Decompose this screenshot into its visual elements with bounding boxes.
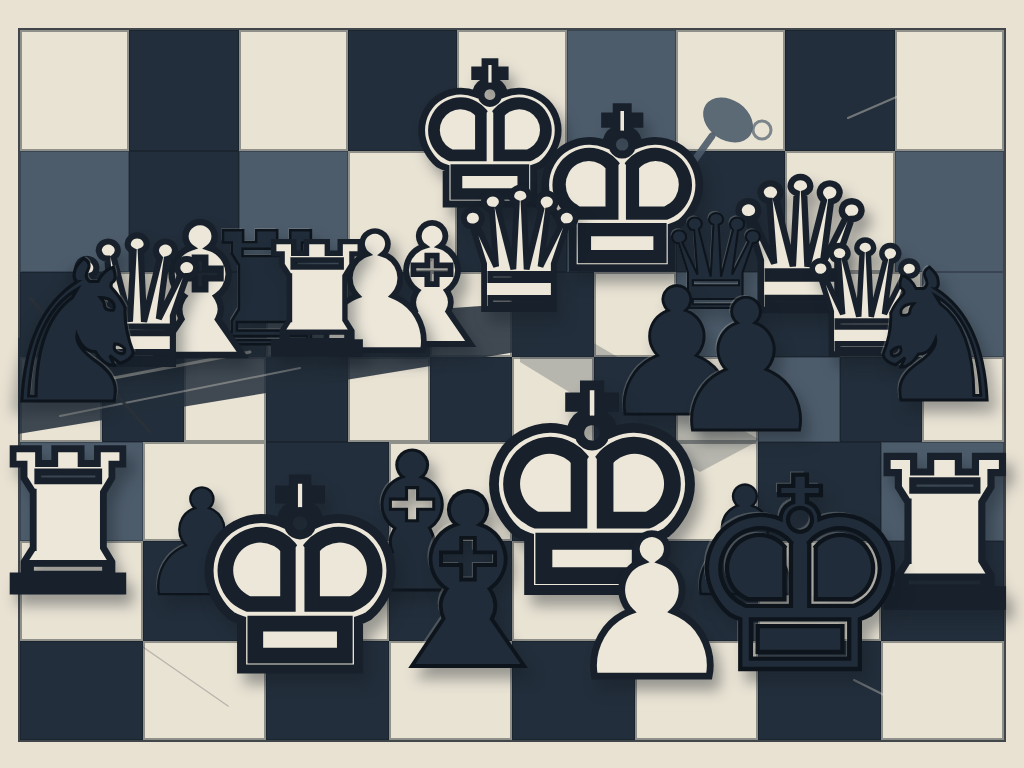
- piece-light-pawn[interactable]: ♟: [555, 511, 750, 706]
- pieces-layer: ♚♚♛♛♛♜♝♟♛♝♜♛♞♞♟♟♚♜♝♟♟♜♝♚♚♟: [0, 0, 1024, 768]
- piece-dark-knight[interactable]: ♞: [844, 246, 1024, 428]
- piece-light-rook[interactable]: ♜: [240, 224, 394, 378]
- piece-light-king[interactable]: ♚: [170, 449, 430, 709]
- piece-dark-knight[interactable]: ♞: [0, 236, 175, 431]
- chess-artwork: ♚♚♛♛♛♜♝♟♛♝♜♛♞♞♟♟♚♜♝♟♟♜♝♚♚♟: [0, 0, 1024, 768]
